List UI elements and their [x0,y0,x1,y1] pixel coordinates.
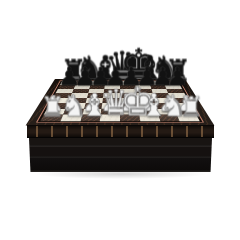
chess-set-product-photo: ♜♞♝♛♚♝♞♜♟♟♟♟♟♟♟♟♟♟♟♟♟♟♟♟♜♞♝♛♚♝♞♜ [0,0,240,240]
piece-black-knight: ♞ [150,53,165,85]
lid-front-edge [27,125,214,138]
square-d5 [103,93,120,98]
square-b1: ♞ [60,115,82,122]
piece-black-rook: ♜ [165,55,180,84]
square-g2: ♟ [156,109,177,115]
piece-black-pawn: ♟ [120,64,135,89]
storage-box-base [29,138,212,172]
board-pinstripe-inlay: ♜♞♝♛♚♝♞♜♟♟♟♟♟♟♟♟♟♟♟♟♟♟♟♟♜♞♝♛♚♝♞♜ [36,80,204,122]
piece-black-rook: ♜ [60,55,75,84]
square-e5 [120,93,137,98]
square-c1: ♝ [80,115,101,122]
piece-black-bishop: ♝ [135,52,150,85]
square-e2: ♟ [120,109,139,115]
chess-board: ♜♞♝♛♚♝♞♜♟♟♟♟♟♟♟♟♟♟♟♟♟♟♟♟♜♞♝♛♚♝♞♜ [26,79,215,126]
square-f1: ♝ [139,115,160,122]
square-f5 [136,93,153,98]
piece-black-bishop: ♝ [90,52,105,85]
square-h5 [168,93,187,98]
square-a5 [53,93,72,98]
piece-black-pawn: ♟ [166,64,181,89]
board-squares: ♜♞♝♛♚♝♞♜♟♟♟♟♟♟♟♟♟♟♟♟♟♟♟♟♜♞♝♛♚♝♞♜ [40,81,200,121]
piece-white-bishop: ♝ [140,90,160,121]
piece-black-queen: ♛ [105,46,120,84]
piece-black-pawn: ♟ [74,64,89,89]
square-b5 [70,93,88,98]
piece-white-knight: ♞ [60,91,80,121]
square-c5 [87,93,104,98]
square-b2: ♟ [63,109,84,115]
piece-black-pawn: ♟ [135,64,150,89]
square-h2: ♟ [175,109,197,115]
square-g5 [152,93,170,98]
piece-black-knight: ♞ [75,53,90,85]
square-e1: ♚ [120,115,140,122]
square-d2: ♟ [101,109,120,115]
board-frame: ♜♞♝♛♚♝♞♜♟♟♟♟♟♟♟♟♟♟♟♟♟♟♟♟♜♞♝♛♚♝♞♜ [26,79,215,126]
square-a2: ♟ [44,109,66,115]
piece-white-knight: ♞ [160,91,180,121]
piece-black-pawn: ♟ [89,64,104,89]
square-d1: ♛ [100,115,120,122]
piece-black-pawn: ♟ [105,64,120,89]
square-c2: ♟ [82,109,102,115]
piece-black-king: ♚ [120,43,135,85]
square-f2: ♟ [138,109,158,115]
floor-shadow [35,169,207,179]
square-h1: ♜ [177,115,200,122]
piece-white-bishop: ♝ [80,90,100,121]
piece-black-pawn: ♟ [58,64,73,89]
